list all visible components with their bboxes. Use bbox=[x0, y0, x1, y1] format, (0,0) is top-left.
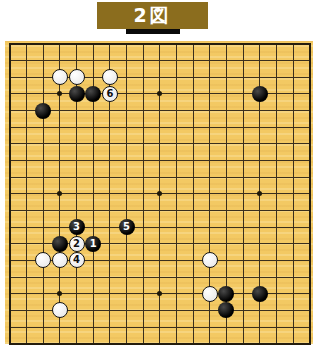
move-number-label: 3 bbox=[73, 222, 80, 232]
black-stone bbox=[52, 236, 68, 252]
black-stone bbox=[35, 103, 51, 119]
move-number-label: 4 bbox=[73, 255, 80, 265]
black-stone-move-3: 3 bbox=[69, 219, 85, 235]
move-number-label: 1 bbox=[90, 239, 97, 249]
white-stone-move-4: 4 bbox=[69, 252, 85, 268]
figure-title-label: 2図 bbox=[133, 3, 171, 29]
black-stone-move-1: 1 bbox=[85, 236, 101, 252]
go-figure-diagram: 2図 635214 bbox=[0, 0, 318, 346]
go-board: 635214 bbox=[5, 41, 313, 344]
white-stone bbox=[69, 69, 85, 85]
black-stone-move-5: 5 bbox=[119, 219, 135, 235]
black-stone bbox=[252, 86, 268, 102]
black-stone bbox=[69, 86, 85, 102]
figure-title: 2図 bbox=[97, 2, 208, 29]
white-stone bbox=[202, 286, 218, 302]
move-number-label: 2 bbox=[73, 239, 80, 249]
white-stone-move-2: 2 bbox=[69, 236, 85, 252]
white-stone-move-6: 6 bbox=[102, 86, 118, 102]
move-number-label: 5 bbox=[123, 222, 130, 232]
move-number-label: 6 bbox=[106, 89, 113, 99]
title-underline bbox=[126, 29, 180, 34]
black-stone bbox=[252, 286, 268, 302]
